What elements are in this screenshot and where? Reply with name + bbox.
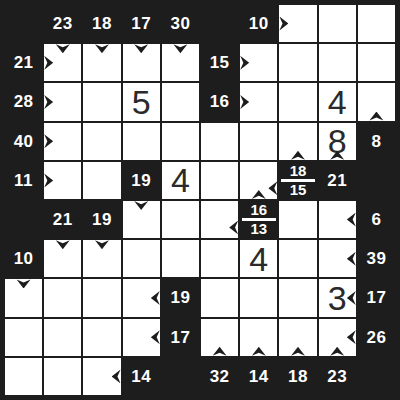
cell-value: 4	[171, 163, 190, 197]
cell-r7c6[interactable]	[200, 239, 239, 278]
arrow-right-icon	[240, 95, 249, 109]
clue-r6c2: 21	[43, 200, 82, 239]
clue-r10c8: 18	[278, 357, 317, 396]
clue-number: 40	[14, 133, 34, 150]
clue-number: 18	[290, 164, 307, 178]
arrow-down-icon	[56, 44, 70, 53]
block-r1c6	[200, 4, 239, 43]
clue-number: 19	[92, 211, 112, 228]
cell-r4c9[interactable]: 8	[318, 122, 357, 161]
cell-r10c1[interactable]	[4, 357, 43, 396]
clue-r10c7: 14	[239, 357, 278, 396]
arrow-left-icon	[112, 369, 121, 383]
clue-r5c9: 21	[318, 161, 357, 200]
cell-r7c3[interactable]	[82, 239, 121, 278]
cell-r10c3[interactable]	[82, 357, 121, 396]
clue-number: 23	[53, 15, 73, 32]
cell-r9c1[interactable]	[4, 318, 43, 357]
clue-number: 15	[210, 54, 230, 71]
block-r10c5	[161, 357, 200, 396]
cell-r1c10[interactable]	[357, 4, 396, 43]
arrow-left-icon	[347, 291, 356, 305]
kakuro-board: 2318173010211528516440881119418152121191…	[0, 0, 400, 400]
cell-r1c8[interactable]	[278, 4, 317, 43]
clue-r6c10: 6	[357, 200, 396, 239]
clue-number: 14	[131, 368, 151, 385]
clue-number: 8	[371, 133, 381, 150]
cell-r3c5[interactable]	[161, 82, 200, 121]
clue-r5c4: 19	[122, 161, 161, 200]
cell-r3c9[interactable]: 4	[318, 82, 357, 121]
clue-number: 6	[371, 211, 381, 228]
cell-r9c6[interactable]	[200, 318, 239, 357]
cell-r2c3[interactable]	[82, 43, 121, 82]
clue-r6c3: 19	[82, 200, 121, 239]
arrow-down-icon	[56, 240, 70, 249]
clue-r3c1: 28	[4, 82, 43, 121]
clue-number: 17	[170, 329, 190, 346]
clue-r6c7: 1613	[239, 200, 278, 239]
cell-r4c4[interactable]	[122, 122, 161, 161]
clue-number: 39	[366, 250, 386, 267]
clue-r8c5: 19	[161, 278, 200, 317]
cell-r7c9[interactable]	[318, 239, 357, 278]
cell-r7c8[interactable]	[278, 239, 317, 278]
clue-r10c4: 14	[122, 357, 161, 396]
clue-r5c1: 11	[4, 161, 43, 200]
cell-r2c2[interactable]	[43, 43, 82, 82]
clue-number: 30	[170, 15, 190, 32]
clue-number: 18	[92, 15, 112, 32]
cell-r8c8[interactable]	[278, 278, 317, 317]
cell-r2c9[interactable]	[318, 43, 357, 82]
cell-value: 3	[328, 281, 347, 315]
clue-number: 17	[131, 15, 151, 32]
cell-r3c7[interactable]	[239, 82, 278, 121]
clue-r4c10: 8	[357, 122, 396, 161]
cell-value: 4	[328, 85, 347, 119]
clue-number: 15	[290, 183, 307, 197]
kakuro-grid: 2318173010211528516440881119418152121191…	[4, 4, 396, 396]
cell-r8c3[interactable]	[82, 278, 121, 317]
arrow-down-icon	[17, 279, 31, 288]
cell-r7c5[interactable]	[161, 239, 200, 278]
arrow-left-icon	[151, 330, 160, 344]
arrow-right-icon	[44, 173, 53, 187]
cell-r8c7[interactable]	[239, 278, 278, 317]
clue-number: 18	[288, 368, 308, 385]
arrow-left-icon	[268, 181, 277, 195]
arrow-up-icon	[252, 347, 266, 356]
clue-number: 17	[366, 289, 386, 306]
block-r10c10	[357, 357, 396, 396]
cell-r6c5[interactable]	[161, 200, 200, 239]
arrow-left-icon	[347, 213, 356, 227]
clue-number: 32	[210, 368, 230, 385]
clue-number: 10	[14, 250, 34, 267]
clue-number: 19	[131, 172, 151, 189]
clue-r2c1: 21	[4, 43, 43, 82]
cell-r2c8[interactable]	[278, 43, 317, 82]
arrow-up-icon	[330, 347, 344, 356]
arrow-down-icon	[134, 201, 148, 210]
arrow-up-icon	[213, 347, 227, 356]
clue-number: 28	[14, 93, 34, 110]
arrow-left-icon	[151, 291, 160, 305]
cell-r3c4[interactable]: 5	[122, 82, 161, 121]
clue-number: 21	[53, 211, 73, 228]
cell-r5c6[interactable]	[200, 161, 239, 200]
arrow-down-icon	[134, 44, 148, 53]
cell-r4c6[interactable]	[200, 122, 239, 161]
cell-r4c7[interactable]	[239, 122, 278, 161]
cell-r3c10[interactable]	[357, 82, 396, 121]
arrow-down-icon	[173, 44, 187, 53]
clue-r8c10: 17	[357, 278, 396, 317]
cell-value: 4	[249, 242, 268, 276]
cell-r3c2[interactable]	[43, 82, 82, 121]
cell-r9c2[interactable]	[43, 318, 82, 357]
cell-r5c3[interactable]	[82, 161, 121, 200]
cell-r4c3[interactable]	[82, 122, 121, 161]
cell-r8c9[interactable]: 3	[318, 278, 357, 317]
cell-r10c2[interactable]	[43, 357, 82, 396]
cell-value: 5	[132, 85, 151, 119]
clue-number: 21	[327, 172, 347, 189]
clue-r5c8: 1815	[278, 161, 317, 200]
cell-r1c9[interactable]	[318, 4, 357, 43]
clue-r9c10: 26	[357, 318, 396, 357]
arrow-up-icon	[291, 347, 305, 356]
cell-r5c2[interactable]	[43, 161, 82, 200]
arrow-left-icon	[347, 330, 356, 344]
clue-number: 19	[170, 289, 190, 306]
cell-r5c7[interactable]	[239, 161, 278, 200]
clue-number: 16	[250, 203, 267, 217]
cell-r4c2[interactable]	[43, 122, 82, 161]
cell-r7c2[interactable]	[43, 239, 82, 278]
clue-r10c9: 23	[318, 357, 357, 396]
clue-r3c6: 16	[200, 82, 239, 121]
arrow-up-icon	[252, 190, 266, 199]
arrow-right-icon	[44, 95, 53, 109]
clue-r1c3: 18	[82, 4, 121, 43]
arrow-right-icon	[279, 17, 288, 31]
cell-r6c4[interactable]	[122, 200, 161, 239]
clue-r10c6: 32	[200, 357, 239, 396]
cell-r6c6[interactable]	[200, 200, 239, 239]
arrow-right-icon	[44, 134, 53, 148]
clue-r7c1: 10	[4, 239, 43, 278]
cell-r4c5[interactable]	[161, 122, 200, 161]
clue-number: 16	[210, 93, 230, 110]
cell-r7c4[interactable]	[122, 239, 161, 278]
arrow-down-icon	[95, 44, 109, 53]
cell-r3c3[interactable]	[82, 82, 121, 121]
cell-r6c8[interactable]	[278, 200, 317, 239]
clue-r1c7: 10	[239, 4, 278, 43]
clue-r9c5: 17	[161, 318, 200, 357]
clue-number: 14	[249, 368, 269, 385]
clue-r1c4: 17	[122, 4, 161, 43]
cell-r5c5[interactable]: 4	[161, 161, 200, 200]
arrow-down-icon	[95, 240, 109, 249]
block-r5c10	[357, 161, 396, 200]
cell-r9c4[interactable]	[122, 318, 161, 357]
clue-r2c6: 15	[200, 43, 239, 82]
arrow-up-icon	[369, 112, 383, 121]
arrow-right-icon	[44, 56, 53, 70]
cell-r9c8[interactable]	[278, 318, 317, 357]
cell-r8c1[interactable]	[4, 278, 43, 317]
arrow-left-icon	[229, 220, 238, 234]
clue-number: 11	[14, 172, 33, 189]
cell-r6c9[interactable]	[318, 200, 357, 239]
cell-r3c8[interactable]	[278, 82, 317, 121]
clue-number: 23	[327, 368, 347, 385]
cell-r2c4[interactable]	[122, 43, 161, 82]
arrow-up-icon	[291, 151, 305, 160]
arrow-right-icon	[240, 56, 249, 70]
cell-r4c8[interactable]	[278, 122, 317, 161]
arrow-left-icon	[347, 252, 356, 266]
clue-r1c2: 23	[43, 4, 82, 43]
cell-r2c7[interactable]	[239, 43, 278, 82]
clue-r1c5: 30	[161, 4, 200, 43]
cell-r2c5[interactable]	[161, 43, 200, 82]
clue-number: 26	[366, 329, 386, 346]
cell-r8c6[interactable]	[200, 278, 239, 317]
block-r6c1	[4, 200, 43, 239]
clue-number: 21	[14, 54, 34, 71]
cell-r8c2[interactable]	[43, 278, 82, 317]
cell-r7c7[interactable]: 4	[239, 239, 278, 278]
clue-r4c1: 40	[4, 122, 43, 161]
clue-number: 13	[250, 222, 267, 236]
cell-r2c10[interactable]	[357, 43, 396, 82]
block-r1c1	[4, 4, 43, 43]
clue-number: 10	[249, 15, 269, 32]
clue-r7c10: 39	[357, 239, 396, 278]
cell-r9c7[interactable]	[239, 318, 278, 357]
cell-r9c9[interactable]	[318, 318, 357, 357]
cell-r9c3[interactable]	[82, 318, 121, 357]
cell-r8c4[interactable]	[122, 278, 161, 317]
